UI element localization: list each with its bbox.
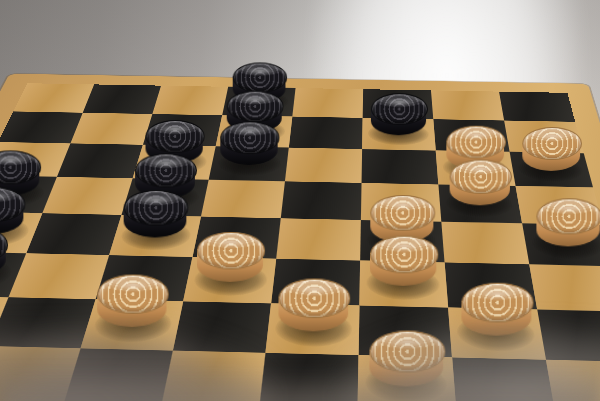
piece-top-face bbox=[279, 278, 351, 318]
checker-piece-light[interactable] bbox=[461, 282, 531, 337]
board-square[interactable] bbox=[362, 118, 436, 151]
piece-highlight bbox=[378, 198, 428, 211]
piece-highlight bbox=[457, 162, 505, 174]
board-square[interactable] bbox=[289, 117, 363, 149]
piece-highlight bbox=[131, 193, 181, 206]
board-square[interactable] bbox=[152, 86, 228, 116]
piece-highlight bbox=[287, 282, 343, 296]
board-square[interactable] bbox=[109, 215, 201, 257]
piece-top-face bbox=[371, 93, 428, 124]
piece-top-face bbox=[97, 274, 169, 313]
board-square[interactable] bbox=[265, 303, 359, 355]
board-square[interactable] bbox=[529, 264, 600, 311]
board-square[interactable] bbox=[173, 301, 271, 352]
checker-piece-light[interactable] bbox=[369, 330, 443, 388]
piece-highlight bbox=[0, 230, 1, 244]
board-perspective-scene bbox=[0, 0, 600, 401]
board-square[interactable] bbox=[441, 222, 529, 265]
board-square[interactable] bbox=[57, 143, 143, 178]
piece-top-face bbox=[369, 330, 445, 372]
piece-highlight bbox=[227, 124, 273, 136]
piece-highlight bbox=[377, 96, 421, 107]
piece-top-face bbox=[522, 127, 582, 160]
piece-top-face bbox=[536, 198, 600, 234]
board-square[interactable] bbox=[359, 261, 448, 308]
board-square[interactable] bbox=[183, 257, 276, 303]
piece-top-face bbox=[446, 126, 506, 159]
board-square[interactable] bbox=[431, 90, 504, 120]
board-square[interactable] bbox=[448, 307, 546, 359]
board-square[interactable] bbox=[259, 353, 358, 401]
checker-piece-light[interactable] bbox=[536, 198, 599, 248]
board-square[interactable] bbox=[64, 348, 173, 401]
piece-highlight bbox=[378, 334, 437, 349]
piece-top-face bbox=[146, 120, 205, 153]
checker-piece-light[interactable] bbox=[97, 274, 166, 329]
board-square[interactable] bbox=[281, 181, 362, 220]
piece-highlight bbox=[378, 239, 431, 253]
checker-piece-light[interactable] bbox=[370, 235, 436, 288]
piece-top-face bbox=[124, 190, 189, 226]
checker-piece-dark[interactable] bbox=[371, 93, 426, 137]
board-square[interactable] bbox=[292, 88, 363, 118]
piece-top-face bbox=[461, 282, 533, 322]
piece-top-face bbox=[135, 153, 197, 187]
piece-top-face bbox=[370, 235, 439, 273]
checkers-board bbox=[0, 83, 600, 401]
piece-highlight bbox=[544, 201, 595, 214]
board-square[interactable] bbox=[362, 149, 439, 184]
board-square[interactable] bbox=[522, 223, 600, 266]
checker-piece-light[interactable] bbox=[522, 127, 580, 173]
piece-top-face bbox=[220, 121, 279, 154]
checker-piece-light[interactable] bbox=[450, 159, 510, 207]
piece-highlight bbox=[105, 278, 160, 292]
piece-top-face bbox=[197, 232, 265, 270]
board-square[interactable] bbox=[510, 152, 593, 188]
checkers-photo-scene bbox=[0, 0, 600, 401]
board-square[interactable] bbox=[8, 253, 109, 299]
checker-piece-dark[interactable] bbox=[124, 190, 187, 240]
checker-piece-light[interactable] bbox=[197, 232, 263, 284]
piece-highlight bbox=[0, 190, 18, 203]
piece-highlight bbox=[529, 130, 575, 142]
piece-top-face bbox=[233, 62, 288, 92]
board-square[interactable] bbox=[546, 360, 600, 401]
piece-top-face bbox=[227, 91, 284, 122]
piece-highlight bbox=[142, 156, 190, 168]
board-square[interactable] bbox=[438, 184, 522, 223]
piece-highlight bbox=[0, 153, 34, 165]
board-square[interactable] bbox=[13, 83, 94, 112]
board-square[interactable] bbox=[499, 92, 575, 122]
board-square[interactable] bbox=[26, 213, 121, 255]
checker-piece-dark[interactable] bbox=[0, 226, 6, 278]
piece-top-face bbox=[370, 195, 435, 231]
board-3d-wrap bbox=[0, 83, 600, 401]
piece-highlight bbox=[205, 235, 258, 249]
checker-piece-dark[interactable] bbox=[220, 121, 277, 166]
piece-highlight bbox=[453, 129, 499, 141]
piece-highlight bbox=[470, 286, 526, 300]
board-square[interactable] bbox=[285, 148, 362, 183]
board-square[interactable] bbox=[358, 355, 457, 401]
board-square[interactable] bbox=[537, 310, 600, 362]
board-square[interactable] bbox=[161, 351, 265, 401]
board-square[interactable] bbox=[276, 218, 361, 260]
piece-highlight bbox=[152, 123, 198, 135]
board-square[interactable] bbox=[70, 113, 152, 145]
piece-highlight bbox=[233, 93, 277, 104]
piece-top-face bbox=[450, 159, 512, 193]
board-square[interactable] bbox=[452, 357, 556, 401]
checker-piece-light[interactable] bbox=[279, 278, 349, 333]
board-square[interactable] bbox=[209, 146, 289, 181]
piece-highlight bbox=[239, 65, 281, 76]
